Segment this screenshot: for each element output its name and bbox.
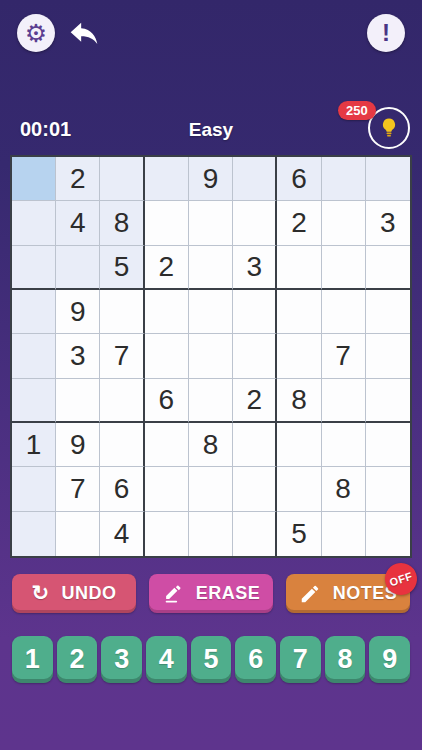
- cell-r9c3[interactable]: 4: [100, 512, 144, 556]
- cell-r5c5[interactable]: [189, 334, 233, 378]
- notes-button[interactable]: NOTES OFF: [286, 574, 410, 613]
- cell-r3c6[interactable]: 3: [233, 246, 277, 290]
- cell-r6c8[interactable]: [322, 379, 366, 423]
- cell-r3c4[interactable]: 2: [145, 246, 189, 290]
- cell-r7c4[interactable]: [145, 423, 189, 467]
- cell-r4c8[interactable]: [322, 290, 366, 334]
- number-pad: 123456789: [12, 636, 410, 683]
- cell-r7c2[interactable]: 9: [56, 423, 100, 467]
- action-bar: ↻ UNDO ERASE NOTES OFF: [12, 574, 410, 613]
- numpad-key-5[interactable]: 5: [191, 636, 232, 683]
- cell-r4c4[interactable]: [145, 290, 189, 334]
- cell-r3c5[interactable]: [189, 246, 233, 290]
- cell-r5c8[interactable]: 7: [322, 334, 366, 378]
- cell-r4c9[interactable]: [366, 290, 410, 334]
- cell-r6c6[interactable]: 2: [233, 379, 277, 423]
- cell-r9c8[interactable]: [322, 512, 366, 556]
- cell-r2c5[interactable]: [189, 201, 233, 245]
- cell-r3c9[interactable]: [366, 246, 410, 290]
- cell-r2c7[interactable]: 2: [277, 201, 321, 245]
- cell-r7c6[interactable]: [233, 423, 277, 467]
- cell-r5c7[interactable]: [277, 334, 321, 378]
- cell-r1c3[interactable]: [100, 157, 144, 201]
- numpad-key-7[interactable]: 7: [280, 636, 321, 683]
- cell-r8c5[interactable]: [189, 467, 233, 511]
- eraser-icon: [162, 583, 184, 605]
- cell-r4c1[interactable]: [12, 290, 56, 334]
- cell-r1c2[interactable]: 2: [56, 157, 100, 201]
- alert-button[interactable]: !: [367, 14, 405, 52]
- cell-r9c4[interactable]: [145, 512, 189, 556]
- cell-r9c1[interactable]: [12, 512, 56, 556]
- cell-r6c4[interactable]: 6: [145, 379, 189, 423]
- cell-r1c4[interactable]: [145, 157, 189, 201]
- erase-label: ERASE: [196, 583, 261, 604]
- cell-r7c8[interactable]: [322, 423, 366, 467]
- cell-r8c3[interactable]: 6: [100, 467, 144, 511]
- cell-r9c7[interactable]: 5: [277, 512, 321, 556]
- difficulty-label: Easy: [0, 119, 422, 141]
- cell-r9c6[interactable]: [233, 512, 277, 556]
- numpad-key-8[interactable]: 8: [325, 636, 366, 683]
- cell-r3c8[interactable]: [322, 246, 366, 290]
- cell-r7c9[interactable]: [366, 423, 410, 467]
- cell-r8c4[interactable]: [145, 467, 189, 511]
- cell-r9c9[interactable]: [366, 512, 410, 556]
- back-button[interactable]: [66, 16, 102, 50]
- hint-count-badge: 250: [338, 101, 376, 120]
- gear-icon: ⚙: [25, 21, 47, 46]
- cell-r3c7[interactable]: [277, 246, 321, 290]
- numpad-key-1[interactable]: 1: [12, 636, 53, 683]
- cell-r2c1[interactable]: [12, 201, 56, 245]
- cell-r2c6[interactable]: [233, 201, 277, 245]
- sudoku-app-screen: ⚙ ! 00:01 Easy 250 296482352393776281987…: [0, 0, 422, 750]
- back-arrow-icon: [66, 16, 102, 50]
- cell-r6c1[interactable]: [12, 379, 56, 423]
- cell-r8c2[interactable]: 7: [56, 467, 100, 511]
- cell-r1c7[interactable]: 6: [277, 157, 321, 201]
- cell-r1c9[interactable]: [366, 157, 410, 201]
- cell-r2c8[interactable]: [322, 201, 366, 245]
- cell-r5c3[interactable]: 7: [100, 334, 144, 378]
- cell-r5c6[interactable]: [233, 334, 277, 378]
- cell-r6c9[interactable]: [366, 379, 410, 423]
- cell-r4c3[interactable]: [100, 290, 144, 334]
- cell-r2c2[interactable]: 4: [56, 201, 100, 245]
- hint-button[interactable]: 250: [364, 103, 410, 149]
- cell-r3c2[interactable]: [56, 246, 100, 290]
- undo-label: UNDO: [62, 583, 117, 604]
- cell-r5c2[interactable]: 3: [56, 334, 100, 378]
- cell-r5c9[interactable]: [366, 334, 410, 378]
- numpad-key-2[interactable]: 2: [57, 636, 98, 683]
- cell-r2c3[interactable]: 8: [100, 201, 144, 245]
- cell-r6c3[interactable]: [100, 379, 144, 423]
- cell-r6c5[interactable]: [189, 379, 233, 423]
- cell-r1c8[interactable]: [322, 157, 366, 201]
- cell-r2c4[interactable]: [145, 201, 189, 245]
- cell-r4c7[interactable]: [277, 290, 321, 334]
- numpad-key-4[interactable]: 4: [146, 636, 187, 683]
- cell-r5c4[interactable]: [145, 334, 189, 378]
- cell-r1c5[interactable]: 9: [189, 157, 233, 201]
- cell-r5c1[interactable]: [12, 334, 56, 378]
- cell-r1c6[interactable]: [233, 157, 277, 201]
- cell-r6c2[interactable]: [56, 379, 100, 423]
- numpad-key-3[interactable]: 3: [101, 636, 142, 683]
- numpad-key-6[interactable]: 6: [235, 636, 276, 683]
- cell-r8c1[interactable]: [12, 467, 56, 511]
- cell-r8c9[interactable]: [366, 467, 410, 511]
- cell-r7c5[interactable]: 8: [189, 423, 233, 467]
- cell-r7c3[interactable]: [100, 423, 144, 467]
- numpad-key-9[interactable]: 9: [369, 636, 410, 683]
- settings-button[interactable]: ⚙: [17, 14, 55, 52]
- cell-r1c1[interactable]: [12, 157, 56, 201]
- cell-r3c3[interactable]: 5: [100, 246, 144, 290]
- cell-r9c2[interactable]: [56, 512, 100, 556]
- cell-r6c7[interactable]: 8: [277, 379, 321, 423]
- cell-r3c1[interactable]: [12, 246, 56, 290]
- sudoku-grid: 2964823523937762819876845: [10, 155, 412, 558]
- cell-r8c7[interactable]: [277, 467, 321, 511]
- erase-button[interactable]: ERASE: [149, 574, 273, 613]
- undo-button[interactable]: ↻ UNDO: [12, 574, 136, 613]
- cell-r4c5[interactable]: [189, 290, 233, 334]
- cell-r4c2[interactable]: 9: [56, 290, 100, 334]
- cell-r8c6[interactable]: [233, 467, 277, 511]
- cell-r9c5[interactable]: [189, 512, 233, 556]
- cell-r2c9[interactable]: 3: [366, 201, 410, 245]
- cell-r4c6[interactable]: [233, 290, 277, 334]
- cell-r7c7[interactable]: [277, 423, 321, 467]
- cell-r7c1[interactable]: 1: [12, 423, 56, 467]
- lightbulb-icon: [377, 116, 401, 140]
- exclamation-icon: !: [382, 21, 390, 45]
- cell-r8c8[interactable]: 8: [322, 467, 366, 511]
- undo-icon: ↻: [31, 582, 49, 603]
- pencil-icon: [299, 583, 321, 605]
